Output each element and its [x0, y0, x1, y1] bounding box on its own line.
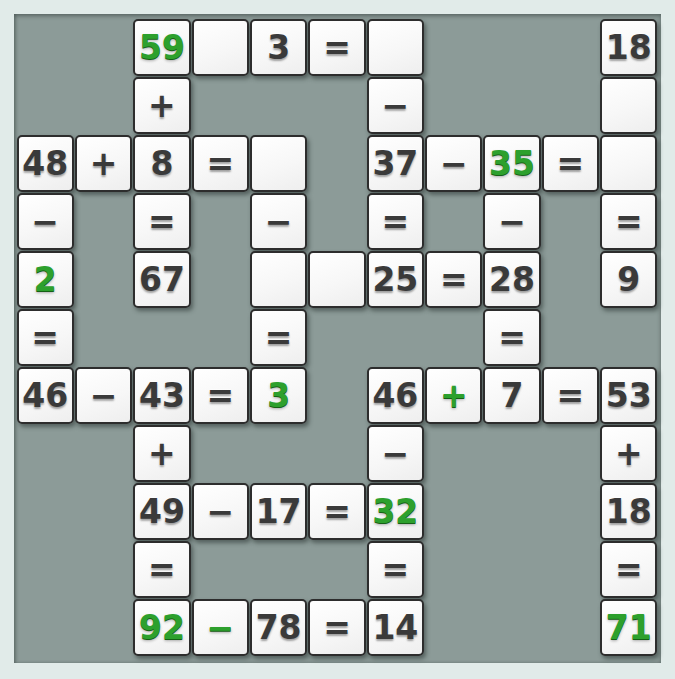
- cell-r11c3[interactable]: 92: [133, 599, 190, 656]
- empty-cell-r5c5[interactable]: [250, 251, 307, 308]
- cell-r3c3: 8: [133, 135, 190, 192]
- cell-r1c11: 18: [600, 19, 657, 76]
- cell-r4c5: −: [250, 193, 307, 250]
- cell-r10c11: =: [600, 541, 657, 598]
- empty-cell-r3c5[interactable]: [250, 135, 307, 192]
- cell-r7c11: 53: [600, 367, 657, 424]
- cell-r9c11: 18: [600, 483, 657, 540]
- cell-r3c1: 48: [17, 135, 74, 192]
- cell-r10c3: =: [133, 541, 190, 598]
- cell-r7c3: 43: [133, 367, 190, 424]
- cell-r7c7: 46: [367, 367, 424, 424]
- empty-cell-r2c11[interactable]: [600, 77, 657, 134]
- cell-r7c2: −: [75, 367, 132, 424]
- cell-r9c5: 17: [250, 483, 307, 540]
- cell-r11c11[interactable]: 71: [600, 599, 657, 656]
- cell-r4c1: −: [17, 193, 74, 250]
- cell-r11c5: 78: [250, 599, 307, 656]
- cell-r7c8[interactable]: +: [425, 367, 482, 424]
- cell-r1c3[interactable]: 59: [133, 19, 190, 76]
- cell-r3c8: −: [425, 135, 482, 192]
- cell-r9c3: 49: [133, 483, 190, 540]
- cell-r7c4: =: [192, 367, 249, 424]
- cell-r3c2: +: [75, 135, 132, 192]
- cell-r5c8: =: [425, 251, 482, 308]
- cell-r8c3: +: [133, 425, 190, 482]
- math-crossword-app: { "game": "math-crossword (cross-math ar…: [0, 0, 675, 679]
- cell-r7c5[interactable]: 3: [250, 367, 307, 424]
- cell-r4c11: =: [600, 193, 657, 250]
- cell-r2c3: +: [133, 77, 190, 134]
- empty-cell-r3c11[interactable]: [600, 135, 657, 192]
- empty-cell-r1c4[interactable]: [192, 19, 249, 76]
- cell-r11c7: 14: [367, 599, 424, 656]
- cell-r6c5: =: [250, 309, 307, 366]
- cell-r4c9: −: [483, 193, 540, 250]
- cell-r7c9: 7: [483, 367, 540, 424]
- cell-r4c7: =: [367, 193, 424, 250]
- cell-r1c6: =: [308, 19, 365, 76]
- cell-r11c6: =: [308, 599, 365, 656]
- cell-r8c11: +: [600, 425, 657, 482]
- cell-r5c3: 67: [133, 251, 190, 308]
- cell-r5c1[interactable]: 2: [17, 251, 74, 308]
- cell-r9c6: =: [308, 483, 365, 540]
- cell-r7c10: =: [542, 367, 599, 424]
- empty-cell-r1c7[interactable]: [367, 19, 424, 76]
- cell-r5c9: 28: [483, 251, 540, 308]
- cell-r2c7: −: [367, 77, 424, 134]
- puzzle-board: 593=18+−48+8=37−35=−=−=−=26725=289===46−…: [14, 14, 661, 663]
- cell-r4c3: =: [133, 193, 190, 250]
- cell-r7c1: 46: [17, 367, 74, 424]
- cell-r5c7: 25: [367, 251, 424, 308]
- cell-r10c7: =: [367, 541, 424, 598]
- cell-r3c10: =: [542, 135, 599, 192]
- cell-r9c7[interactable]: 32: [367, 483, 424, 540]
- cell-r1c5: 3: [250, 19, 307, 76]
- cell-r3c4: =: [192, 135, 249, 192]
- cell-r5c11: 9: [600, 251, 657, 308]
- cell-r9c4: −: [192, 483, 249, 540]
- cell-r3c9[interactable]: 35: [483, 135, 540, 192]
- cell-r11c4[interactable]: −: [192, 599, 249, 656]
- cell-r8c7: −: [367, 425, 424, 482]
- cell-r3c7: 37: [367, 135, 424, 192]
- empty-cell-r5c6[interactable]: [308, 251, 365, 308]
- cell-r6c1: =: [17, 309, 74, 366]
- cell-r6c9: =: [483, 309, 540, 366]
